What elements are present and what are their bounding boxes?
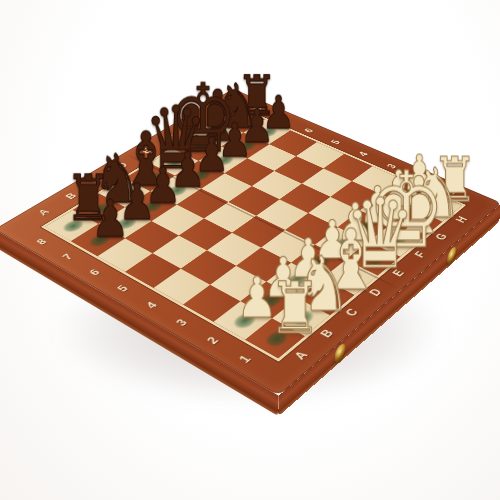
- piece-black-pawn[interactable]: ♟: [91, 193, 122, 245]
- piece-white-rook[interactable]: ♜: [269, 273, 304, 344]
- piece-white-pawn[interactable]: ♟: [237, 270, 271, 326]
- photo-scene: ♜♞♝♛♚♝♞♜♟♟♟♟♟♟♟♟♟♟♟♟♟♟♟♟♜♞♝♛♚♝♞♜ ABCDEFG…: [0, 0, 500, 500]
